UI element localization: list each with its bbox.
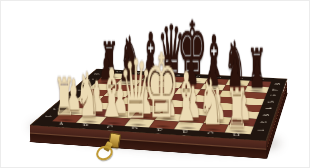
product-photo: ♜♞♝♛♚♝♞♜♟♟♟♟♟♟♟♟♟♟♟♟♟♟♟♟♜♞♝♛♚♝♞♜ ABCDEFG… (0, 0, 310, 168)
piece-white-bishop: ♝ (172, 67, 199, 129)
chess-board: ♜♞♝♛♚♝♞♜♟♟♟♟♟♟♟♟♟♟♟♟♟♟♟♟♜♞♝♛♚♝♞♜ ABCDEFG… (30, 69, 288, 141)
rank-label-1: 1 (248, 123, 274, 140)
piece-white-knight: ♞ (198, 74, 223, 132)
piece-white-knight: ♞ (75, 67, 100, 123)
board-top-surface: ♜♞♝♛♚♝♞♜♟♟♟♟♟♟♟♟♟♟♟♟♟♟♟♟♜♞♝♛♚♝♞♜ ABCDEFG… (30, 69, 288, 141)
piece-white-rook: ♜ (53, 73, 74, 121)
brass-clasp (95, 131, 127, 163)
piece-white-rook: ♜ (225, 84, 247, 134)
